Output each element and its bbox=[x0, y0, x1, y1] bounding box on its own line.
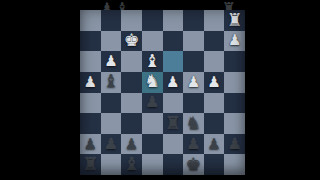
square-h7[interactable]: ♟ bbox=[224, 31, 245, 52]
square-h3[interactable] bbox=[224, 113, 245, 134]
square-f7[interactable] bbox=[183, 31, 204, 52]
square-h5[interactable] bbox=[224, 72, 245, 93]
black-king-f1[interactable]: ♚ bbox=[186, 155, 202, 173]
square-d7[interactable] bbox=[142, 31, 163, 52]
square-e7[interactable] bbox=[163, 31, 184, 52]
black-knight-f3[interactable]: ♞ bbox=[186, 114, 202, 132]
square-c3[interactable] bbox=[121, 113, 142, 134]
square-d4[interactable]: ♟ bbox=[142, 93, 163, 114]
square-c7[interactable]: ♚ bbox=[121, 31, 142, 52]
square-f8[interactable] bbox=[183, 10, 204, 31]
square-a3[interactable] bbox=[80, 113, 101, 134]
square-e3[interactable]: ♜ bbox=[163, 113, 184, 134]
black-pawn-c2[interactable]: ♟ bbox=[125, 136, 138, 151]
square-d1[interactable] bbox=[142, 154, 163, 175]
black-rook-a1[interactable]: ♜ bbox=[82, 155, 98, 173]
black-pawn-g2[interactable]: ♟ bbox=[207, 136, 220, 151]
square-b6[interactable]: ♟ bbox=[101, 51, 122, 72]
white-rook-h8[interactable]: ♜ bbox=[227, 11, 243, 29]
square-f2[interactable]: ♟ bbox=[183, 134, 204, 155]
square-c2[interactable]: ♟ bbox=[121, 134, 142, 155]
page-background: ♟♝♜ ♜♚♟♟♝♟♝♞♟♟♟♟♜♞♟♟♟♟♟♟♜♝♚ bbox=[0, 0, 320, 180]
square-h6[interactable] bbox=[224, 51, 245, 72]
cropped-piece-top-icon: ♝ bbox=[115, 1, 129, 10]
white-king-c7[interactable]: ♚ bbox=[124, 32, 140, 50]
chess-board: ♜♚♟♟♝♟♝♞♟♟♟♟♜♞♟♟♟♟♟♟♜♝♚ bbox=[80, 10, 245, 175]
white-pawn-h7[interactable]: ♟ bbox=[228, 33, 241, 48]
square-b1[interactable] bbox=[101, 154, 122, 175]
cropped-piece-top-icon: ♟ bbox=[100, 1, 114, 10]
square-b4[interactable] bbox=[101, 93, 122, 114]
white-pawn-f5[interactable]: ♟ bbox=[187, 74, 200, 89]
black-pawn-f2[interactable]: ♟ bbox=[187, 136, 200, 151]
square-g3[interactable] bbox=[204, 113, 225, 134]
square-b7[interactable] bbox=[101, 31, 122, 52]
square-g8[interactable] bbox=[204, 10, 225, 31]
square-c6[interactable] bbox=[121, 51, 142, 72]
black-bishop-c1[interactable]: ♝ bbox=[124, 155, 140, 173]
square-d2[interactable] bbox=[142, 134, 163, 155]
square-f3[interactable]: ♞ bbox=[183, 113, 204, 134]
square-h8[interactable]: ♜ bbox=[224, 10, 245, 31]
square-a4[interactable] bbox=[80, 93, 101, 114]
square-c1[interactable]: ♝ bbox=[121, 154, 142, 175]
square-d8[interactable] bbox=[142, 10, 163, 31]
square-g4[interactable] bbox=[204, 93, 225, 114]
square-a2[interactable]: ♟ bbox=[80, 134, 101, 155]
square-g2[interactable]: ♟ bbox=[204, 134, 225, 155]
square-a1[interactable]: ♜ bbox=[80, 154, 101, 175]
square-d6[interactable]: ♝ bbox=[142, 51, 163, 72]
white-pawn-a5[interactable]: ♟ bbox=[84, 74, 97, 89]
black-bishop-b5[interactable]: ♝ bbox=[103, 73, 119, 91]
square-h1[interactable] bbox=[224, 154, 245, 175]
square-b2[interactable]: ♟ bbox=[101, 134, 122, 155]
square-b3[interactable] bbox=[101, 113, 122, 134]
square-f5[interactable]: ♟ bbox=[183, 72, 204, 93]
white-pawn-g5[interactable]: ♟ bbox=[207, 74, 220, 89]
square-a5[interactable]: ♟ bbox=[80, 72, 101, 93]
black-pawn-d4[interactable]: ♟ bbox=[145, 95, 158, 110]
square-g7[interactable] bbox=[204, 31, 225, 52]
square-g5[interactable]: ♟ bbox=[204, 72, 225, 93]
square-e2[interactable] bbox=[163, 134, 184, 155]
square-f1[interactable]: ♚ bbox=[183, 154, 204, 175]
square-h2[interactable]: ♟ bbox=[224, 134, 245, 155]
square-c5[interactable] bbox=[121, 72, 142, 93]
white-pawn-e5[interactable]: ♟ bbox=[166, 74, 179, 89]
white-bishop-d6[interactable]: ♝ bbox=[144, 52, 160, 70]
black-pawn-h2[interactable]: ♟ bbox=[228, 136, 241, 151]
square-f6[interactable] bbox=[183, 51, 204, 72]
square-e5[interactable]: ♟ bbox=[163, 72, 184, 93]
square-h4[interactable] bbox=[224, 93, 245, 114]
black-rook-e3[interactable]: ♜ bbox=[165, 114, 181, 132]
square-c8[interactable] bbox=[121, 10, 142, 31]
square-e1[interactable] bbox=[163, 154, 184, 175]
square-d3[interactable] bbox=[142, 113, 163, 134]
square-a6[interactable] bbox=[80, 51, 101, 72]
square-g1[interactable] bbox=[204, 154, 225, 175]
square-e6[interactable] bbox=[163, 51, 184, 72]
square-a7[interactable] bbox=[80, 31, 101, 52]
square-e8[interactable] bbox=[163, 10, 184, 31]
square-g6[interactable] bbox=[204, 51, 225, 72]
square-a8[interactable] bbox=[80, 10, 101, 31]
square-b8[interactable] bbox=[101, 10, 122, 31]
square-d5[interactable]: ♞ bbox=[142, 72, 163, 93]
black-pawn-b2[interactable]: ♟ bbox=[104, 136, 117, 151]
square-c4[interactable] bbox=[121, 93, 142, 114]
cropped-row-above-board: ♟♝♜ bbox=[80, 0, 245, 10]
square-b5[interactable]: ♝ bbox=[101, 72, 122, 93]
black-pawn-a2[interactable]: ♟ bbox=[84, 136, 97, 151]
square-e4[interactable] bbox=[163, 93, 184, 114]
white-pawn-b6[interactable]: ♟ bbox=[104, 54, 117, 69]
white-knight-d5[interactable]: ♞ bbox=[144, 73, 160, 91]
square-f4[interactable] bbox=[183, 93, 204, 114]
